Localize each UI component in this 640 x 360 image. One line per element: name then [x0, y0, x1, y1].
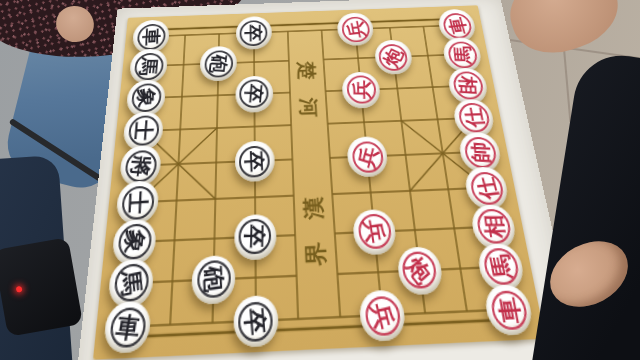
- piece-character: 士: [126, 190, 149, 214]
- piece-character: 相: [481, 214, 506, 238]
- river-label-char: 楚: [294, 59, 319, 83]
- xiangqi-board: 楚河漢界 車馬象士將士象馬車砲砲卒卒卒卒卒兵兵兵兵兵炮炮車馬相仕帥仕相馬車: [93, 5, 545, 359]
- piece-character: 象: [122, 230, 147, 254]
- piece-character: 卒: [243, 84, 264, 104]
- piece-character: 車: [495, 296, 523, 323]
- piece-character: 車: [446, 16, 469, 35]
- piece-character: 象: [136, 87, 156, 108]
- table-perspective-wrap: 楚河漢界 車馬象士將士象馬車砲砲卒卒卒卒卒兵兵兵兵兵炮炮車馬相仕帥仕相馬車: [93, 5, 545, 359]
- piece-character: 士: [132, 120, 154, 141]
- piece-character: 兵: [368, 300, 397, 332]
- piece-character: 馬: [487, 253, 514, 280]
- piece-character: 卒: [244, 150, 266, 173]
- piece-character: 卒: [244, 224, 267, 248]
- piece-character: 帥: [469, 141, 492, 163]
- piece-character: 卒: [243, 306, 268, 336]
- piece-character: 兵: [351, 80, 371, 100]
- piece-character: 車: [114, 312, 142, 341]
- piece-character: 車: [141, 27, 161, 46]
- photo-scene: 楚河漢界 車馬象士將士象馬車砲砲卒卒卒卒卒兵兵兵兵兵炮炮車馬相仕帥仕相馬車: [0, 0, 640, 360]
- piece-character: 兵: [345, 19, 367, 38]
- piece-character: 相: [457, 76, 478, 96]
- device-red-led: [16, 286, 23, 293]
- river-label-char: 漢: [300, 193, 328, 222]
- piece-character: 馬: [452, 45, 473, 64]
- piece-character: 將: [128, 154, 152, 176]
- floor-device: [0, 237, 83, 337]
- river-label-char: 河: [296, 95, 322, 120]
- piece-character: 兵: [362, 218, 388, 244]
- piece-character: 砲: [202, 265, 226, 293]
- piece-character: 砲: [208, 54, 229, 73]
- piece-character: 馬: [138, 57, 159, 75]
- piece-character: 卒: [244, 24, 263, 42]
- piece-character: 仕: [473, 176, 499, 201]
- river-label-char: 界: [302, 238, 331, 269]
- piece-character: 仕: [462, 107, 486, 128]
